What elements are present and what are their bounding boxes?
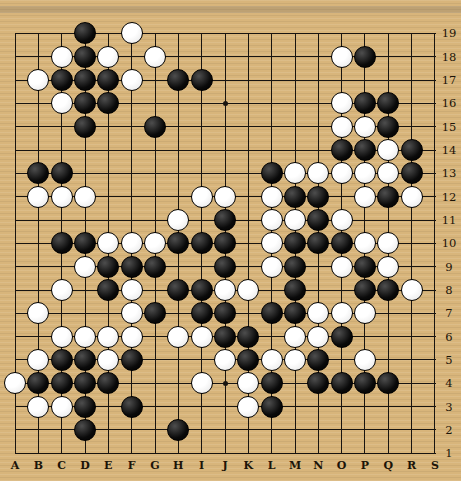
stone-black-D4[interactable] — [74, 372, 96, 394]
stone-black-J10[interactable] — [214, 232, 236, 254]
stone-black-R13[interactable] — [401, 162, 423, 184]
stone-white-I4[interactable] — [191, 372, 213, 394]
stone-white-B3[interactable] — [27, 396, 49, 418]
stone-black-D5[interactable] — [74, 349, 96, 371]
stone-black-Q4[interactable] — [377, 372, 399, 394]
stone-black-M9[interactable] — [284, 256, 306, 278]
stone-black-H10[interactable] — [167, 232, 189, 254]
stone-black-I17[interactable] — [191, 69, 213, 91]
stone-white-P15[interactable] — [354, 116, 376, 138]
stone-black-R14[interactable] — [401, 139, 423, 161]
row-label-6: 6 — [436, 330, 461, 344]
stone-white-C18[interactable] — [51, 46, 73, 68]
stone-white-N6[interactable] — [307, 326, 329, 348]
stone-white-J12[interactable] — [214, 186, 236, 208]
column-label-S: S — [425, 459, 445, 472]
stone-black-D19[interactable] — [74, 22, 96, 44]
stone-white-R12[interactable] — [401, 186, 423, 208]
row-label-5: 5 — [436, 353, 461, 367]
stone-black-G15[interactable] — [144, 116, 166, 138]
stone-white-C3[interactable] — [51, 396, 73, 418]
stone-black-C13[interactable] — [51, 162, 73, 184]
stone-white-O7[interactable] — [331, 302, 353, 324]
stone-black-H17[interactable] — [167, 69, 189, 91]
stone-white-O11[interactable] — [331, 209, 353, 231]
stone-white-E6[interactable] — [97, 326, 119, 348]
stone-black-E4[interactable] — [97, 372, 119, 394]
stone-white-F6[interactable] — [121, 326, 143, 348]
row-label-10: 10 — [436, 236, 461, 250]
stone-white-B17[interactable] — [27, 69, 49, 91]
row-label-12: 12 — [436, 190, 461, 204]
stone-white-F17[interactable] — [121, 69, 143, 91]
stone-white-M11[interactable] — [284, 209, 306, 231]
column-label-O: O — [332, 459, 352, 472]
row-label-18: 18 — [436, 50, 461, 64]
stone-black-D18[interactable] — [74, 46, 96, 68]
column-label-C: C — [52, 459, 72, 472]
stone-white-R8[interactable] — [401, 279, 423, 301]
stone-black-J9[interactable] — [214, 256, 236, 278]
column-label-F: F — [122, 459, 142, 472]
stone-black-L3[interactable] — [261, 396, 283, 418]
stone-white-C8[interactable] — [51, 279, 73, 301]
row-label-4: 4 — [436, 376, 461, 390]
stone-white-C16[interactable] — [51, 92, 73, 114]
stone-black-P4[interactable] — [354, 372, 376, 394]
stone-white-E18[interactable] — [97, 46, 119, 68]
stone-white-I6[interactable] — [191, 326, 213, 348]
stone-white-E5[interactable] — [97, 349, 119, 371]
stone-white-L11[interactable] — [261, 209, 283, 231]
stone-white-L10[interactable] — [261, 232, 283, 254]
row-label-3: 3 — [436, 400, 461, 414]
column-label-J: J — [215, 459, 235, 472]
stone-black-F5[interactable] — [121, 349, 143, 371]
stone-white-G18[interactable] — [144, 46, 166, 68]
stone-black-K6[interactable] — [237, 326, 259, 348]
stone-white-L5[interactable] — [261, 349, 283, 371]
stone-black-O4[interactable] — [331, 372, 353, 394]
column-label-K: K — [238, 459, 258, 472]
stone-white-B7[interactable] — [27, 302, 49, 324]
stone-white-D9[interactable] — [74, 256, 96, 278]
column-label-D: D — [75, 459, 95, 472]
stone-white-H6[interactable] — [167, 326, 189, 348]
stone-black-Q16[interactable] — [377, 92, 399, 114]
row-label-16: 16 — [436, 96, 461, 110]
stone-black-F3[interactable] — [121, 396, 143, 418]
column-label-E: E — [98, 459, 118, 472]
stone-white-L9[interactable] — [261, 256, 283, 278]
stone-black-M12[interactable] — [284, 186, 306, 208]
stone-white-C12[interactable] — [51, 186, 73, 208]
stone-white-K8[interactable] — [237, 279, 259, 301]
stone-white-P5[interactable] — [354, 349, 376, 371]
stone-white-F7[interactable] — [121, 302, 143, 324]
stone-black-P14[interactable] — [354, 139, 376, 161]
row-label-14: 14 — [436, 143, 461, 157]
stone-white-J8[interactable] — [214, 279, 236, 301]
stone-white-N7[interactable] — [307, 302, 329, 324]
board-texture-band — [0, 6, 461, 13]
row-label-15: 15 — [436, 120, 461, 134]
go-board[interactable]: ABCDEFGHIJKLMNOPQRS191817161514131211109… — [0, 0, 461, 481]
stone-white-L12[interactable] — [261, 186, 283, 208]
row-label-11: 11 — [436, 213, 461, 227]
stone-black-N5[interactable] — [307, 349, 329, 371]
stone-white-I12[interactable] — [191, 186, 213, 208]
stone-black-E9[interactable] — [97, 256, 119, 278]
star-point-J4 — [223, 381, 228, 386]
column-label-Q: Q — [378, 459, 398, 472]
row-label-2: 2 — [436, 423, 461, 437]
stone-black-N12[interactable] — [307, 186, 329, 208]
stone-black-N11[interactable] — [307, 209, 329, 231]
grid-line-vertical — [411, 33, 412, 454]
grid-line-horizontal — [15, 453, 436, 454]
row-label-9: 9 — [436, 260, 461, 274]
stone-black-J7[interactable] — [214, 302, 236, 324]
stone-black-C17[interactable] — [51, 69, 73, 91]
stone-white-M5[interactable] — [284, 349, 306, 371]
stone-white-Q10[interactable] — [377, 232, 399, 254]
stone-black-F9[interactable] — [121, 256, 143, 278]
stone-black-D10[interactable] — [74, 232, 96, 254]
stone-black-L7[interactable] — [261, 302, 283, 324]
stone-white-H11[interactable] — [167, 209, 189, 231]
stone-black-B13[interactable] — [27, 162, 49, 184]
stone-black-J6[interactable] — [214, 326, 236, 348]
stone-black-Q8[interactable] — [377, 279, 399, 301]
stone-white-F10[interactable] — [121, 232, 143, 254]
row-label-19: 19 — [436, 26, 461, 40]
stone-white-D6[interactable] — [74, 326, 96, 348]
stone-black-B4[interactable] — [27, 372, 49, 394]
column-label-H: H — [168, 459, 188, 472]
stone-black-Q15[interactable] — [377, 116, 399, 138]
row-label-13: 13 — [436, 166, 461, 180]
stone-white-Q14[interactable] — [377, 139, 399, 161]
stone-white-P13[interactable] — [354, 162, 376, 184]
column-label-N: N — [308, 459, 328, 472]
stone-black-I8[interactable] — [191, 279, 213, 301]
column-label-G: G — [145, 459, 165, 472]
stone-white-F8[interactable] — [121, 279, 143, 301]
stone-black-P8[interactable] — [354, 279, 376, 301]
row-label-7: 7 — [436, 306, 461, 320]
stone-black-D16[interactable] — [74, 92, 96, 114]
stone-black-O6[interactable] — [331, 326, 353, 348]
row-label-1: 1 — [436, 446, 461, 460]
column-label-P: P — [355, 459, 375, 472]
star-point-J16 — [223, 101, 228, 106]
stone-white-B12[interactable] — [27, 186, 49, 208]
stone-black-H8[interactable] — [167, 279, 189, 301]
stone-black-E8[interactable] — [97, 279, 119, 301]
stone-black-C5[interactable] — [51, 349, 73, 371]
stone-black-D2[interactable] — [74, 419, 96, 441]
stone-black-O10[interactable] — [331, 232, 353, 254]
stone-white-P7[interactable] — [354, 302, 376, 324]
stone-black-N4[interactable] — [307, 372, 329, 394]
stone-black-C10[interactable] — [51, 232, 73, 254]
stone-black-D3[interactable] — [74, 396, 96, 418]
stone-black-J11[interactable] — [214, 209, 236, 231]
stone-black-O14[interactable] — [331, 139, 353, 161]
stone-white-O18[interactable] — [331, 46, 353, 68]
stone-black-H2[interactable] — [167, 419, 189, 441]
column-label-I: I — [192, 459, 212, 472]
column-label-L: L — [262, 459, 282, 472]
column-label-B: B — [28, 459, 48, 472]
stone-white-E10[interactable] — [97, 232, 119, 254]
stone-black-M7[interactable] — [284, 302, 306, 324]
stone-white-Q13[interactable] — [377, 162, 399, 184]
row-label-8: 8 — [436, 283, 461, 297]
stone-white-J5[interactable] — [214, 349, 236, 371]
stone-black-E16[interactable] — [97, 92, 119, 114]
stone-black-I7[interactable] — [191, 302, 213, 324]
stone-white-G10[interactable] — [144, 232, 166, 254]
stone-black-D17[interactable] — [74, 69, 96, 91]
stone-white-O15[interactable] — [331, 116, 353, 138]
stone-black-I10[interactable] — [191, 232, 213, 254]
stone-black-G9[interactable] — [144, 256, 166, 278]
stone-black-L4[interactable] — [261, 372, 283, 394]
stone-white-M6[interactable] — [284, 326, 306, 348]
stone-white-C6[interactable] — [51, 326, 73, 348]
stone-white-B5[interactable] — [27, 349, 49, 371]
column-label-R: R — [402, 459, 422, 472]
stone-black-D15[interactable] — [74, 116, 96, 138]
stone-white-P10[interactable] — [354, 232, 376, 254]
stone-white-D12[interactable] — [74, 186, 96, 208]
stone-black-N10[interactable] — [307, 232, 329, 254]
row-label-17: 17 — [436, 73, 461, 87]
stone-white-K3[interactable] — [237, 396, 259, 418]
stone-white-M13[interactable] — [284, 162, 306, 184]
column-label-M: M — [285, 459, 305, 472]
stone-black-Q12[interactable] — [377, 186, 399, 208]
stone-black-L13[interactable] — [261, 162, 283, 184]
stone-white-A4[interactable] — [4, 372, 26, 394]
stone-black-M10[interactable] — [284, 232, 306, 254]
column-label-A: A — [5, 459, 25, 472]
stone-white-Q9[interactable] — [377, 256, 399, 278]
stone-black-C4[interactable] — [51, 372, 73, 394]
stone-white-F19[interactable] — [121, 22, 143, 44]
stone-black-G7[interactable] — [144, 302, 166, 324]
stone-black-P16[interactable] — [354, 92, 376, 114]
stone-black-E17[interactable] — [97, 69, 119, 91]
stone-white-K4[interactable] — [237, 372, 259, 394]
stone-black-M8[interactable] — [284, 279, 306, 301]
stone-black-K5[interactable] — [237, 349, 259, 371]
stone-white-N13[interactable] — [307, 162, 329, 184]
stone-white-O13[interactable] — [331, 162, 353, 184]
stone-white-O16[interactable] — [331, 92, 353, 114]
stone-white-O9[interactable] — [331, 256, 353, 278]
stone-black-P18[interactable] — [354, 46, 376, 68]
stone-black-P9[interactable] — [354, 256, 376, 278]
stone-white-P12[interactable] — [354, 186, 376, 208]
